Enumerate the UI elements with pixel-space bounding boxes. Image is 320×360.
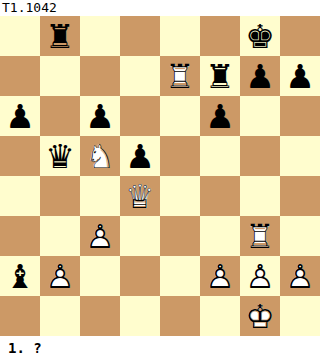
white-pawn[interactable]: ♟♙ [280, 256, 320, 296]
piece-outline: ♙ [240, 256, 280, 296]
square-c3[interactable]: ♟♙ [80, 216, 120, 256]
square-h4[interactable] [280, 176, 320, 216]
black-pawn[interactable]: ♟ [120, 136, 160, 176]
square-a1[interactable] [0, 296, 40, 336]
square-g3[interactable]: ♜♖ [240, 216, 280, 256]
move-prompt: 1. ? [0, 336, 320, 360]
white-pawn[interactable]: ♟♙ [240, 256, 280, 296]
square-a7[interactable] [0, 56, 40, 96]
square-d8[interactable] [120, 16, 160, 56]
square-b2[interactable]: ♟♙ [40, 256, 80, 296]
square-f4[interactable] [200, 176, 240, 216]
square-c2[interactable] [80, 256, 120, 296]
square-b8[interactable]: ♜ [40, 16, 80, 56]
white-king[interactable]: ♚♔ [240, 296, 280, 336]
square-d4[interactable]: ♛♕ [120, 176, 160, 216]
square-g4[interactable] [240, 176, 280, 216]
piece-outline: ♙ [40, 256, 80, 296]
square-c8[interactable] [80, 16, 120, 56]
square-d7[interactable] [120, 56, 160, 96]
square-d5[interactable]: ♟ [120, 136, 160, 176]
black-pawn[interactable]: ♟ [200, 96, 240, 136]
square-h5[interactable] [280, 136, 320, 176]
square-f6[interactable]: ♟ [200, 96, 240, 136]
piece-outline: ♖ [240, 216, 280, 256]
square-f2[interactable]: ♟♙ [200, 256, 240, 296]
square-g6[interactable] [240, 96, 280, 136]
piece-outline: ♙ [200, 256, 240, 296]
square-h6[interactable] [280, 96, 320, 136]
black-king[interactable]: ♚ [240, 16, 280, 56]
square-b4[interactable] [40, 176, 80, 216]
puzzle-title: T1.1042 [0, 0, 320, 16]
square-e5[interactable] [160, 136, 200, 176]
square-h8[interactable] [280, 16, 320, 56]
chess-board: ♜♚♜♖♜♟♟♟♟♟♛♞♘♟♛♕♟♙♜♖♝♟♙♟♙♟♙♟♙♚♔ [0, 16, 320, 336]
square-d6[interactable] [120, 96, 160, 136]
square-f5[interactable] [200, 136, 240, 176]
black-pawn[interactable]: ♟ [80, 96, 120, 136]
square-d1[interactable] [120, 296, 160, 336]
square-g5[interactable] [240, 136, 280, 176]
white-queen[interactable]: ♛♕ [120, 176, 160, 216]
square-b5[interactable]: ♛ [40, 136, 80, 176]
square-g8[interactable]: ♚ [240, 16, 280, 56]
white-pawn[interactable]: ♟♙ [80, 216, 120, 256]
square-c1[interactable] [80, 296, 120, 336]
piece-outline: ♖ [160, 56, 200, 96]
square-a2[interactable]: ♝ [0, 256, 40, 296]
black-bishop[interactable]: ♝ [0, 256, 40, 296]
square-g1[interactable]: ♚♔ [240, 296, 280, 336]
square-h7[interactable]: ♟ [280, 56, 320, 96]
square-e8[interactable] [160, 16, 200, 56]
white-rook[interactable]: ♜♖ [240, 216, 280, 256]
white-pawn[interactable]: ♟♙ [200, 256, 240, 296]
square-c4[interactable] [80, 176, 120, 216]
square-a8[interactable] [0, 16, 40, 56]
white-knight[interactable]: ♞♘ [80, 136, 120, 176]
square-a4[interactable] [0, 176, 40, 216]
square-b6[interactable] [40, 96, 80, 136]
chess-puzzle-app: T1.1042 ♜♚♜♖♜♟♟♟♟♟♛♞♘♟♛♕♟♙♜♖♝♟♙♟♙♟♙♟♙♚♔ … [0, 0, 320, 360]
square-f3[interactable] [200, 216, 240, 256]
square-f7[interactable]: ♜ [200, 56, 240, 96]
square-d2[interactable] [120, 256, 160, 296]
black-pawn[interactable]: ♟ [0, 96, 40, 136]
black-rook[interactable]: ♜ [40, 16, 80, 56]
square-e4[interactable] [160, 176, 200, 216]
piece-outline: ♙ [280, 256, 320, 296]
white-pawn[interactable]: ♟♙ [40, 256, 80, 296]
square-e3[interactable] [160, 216, 200, 256]
square-e1[interactable] [160, 296, 200, 336]
square-a6[interactable]: ♟ [0, 96, 40, 136]
square-h3[interactable] [280, 216, 320, 256]
square-b7[interactable] [40, 56, 80, 96]
piece-outline: ♘ [80, 136, 120, 176]
square-e2[interactable] [160, 256, 200, 296]
square-f8[interactable] [200, 16, 240, 56]
square-g2[interactable]: ♟♙ [240, 256, 280, 296]
square-c7[interactable] [80, 56, 120, 96]
square-d3[interactable] [120, 216, 160, 256]
square-e6[interactable] [160, 96, 200, 136]
black-queen[interactable]: ♛ [40, 136, 80, 176]
black-pawn[interactable]: ♟ [280, 56, 320, 96]
square-b3[interactable] [40, 216, 80, 256]
square-a3[interactable] [0, 216, 40, 256]
square-f1[interactable] [200, 296, 240, 336]
black-rook[interactable]: ♜ [200, 56, 240, 96]
square-h1[interactable] [280, 296, 320, 336]
black-pawn[interactable]: ♟ [240, 56, 280, 96]
square-g7[interactable]: ♟ [240, 56, 280, 96]
square-c6[interactable]: ♟ [80, 96, 120, 136]
piece-outline: ♕ [120, 176, 160, 216]
white-rook[interactable]: ♜♖ [160, 56, 200, 96]
square-c5[interactable]: ♞♘ [80, 136, 120, 176]
square-e7[interactable]: ♜♖ [160, 56, 200, 96]
square-a5[interactable] [0, 136, 40, 176]
piece-outline: ♙ [80, 216, 120, 256]
piece-outline: ♔ [240, 296, 280, 336]
square-h2[interactable]: ♟♙ [280, 256, 320, 296]
square-b1[interactable] [40, 296, 80, 336]
